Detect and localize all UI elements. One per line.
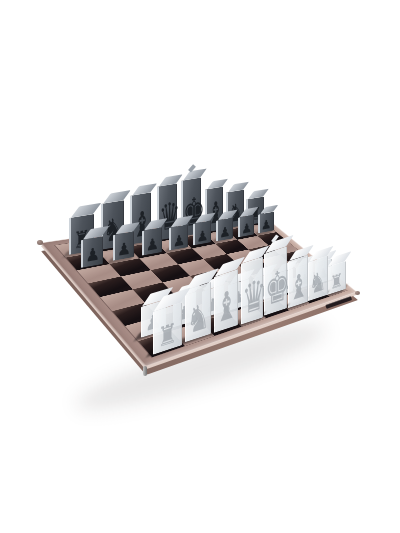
- pawn-silhouette-icon: ♟: [83, 245, 102, 266]
- piece-top-face: [159, 174, 183, 186]
- piece-white-bishop-f1: ♝: [288, 255, 308, 309]
- piece-white-knight-g1: ♞: [308, 256, 328, 302]
- piece-black-pawn-b7: ♟: [113, 231, 134, 261]
- rook-silhouette-icon: ♜: [328, 270, 345, 293]
- corner-pin-right: [355, 291, 360, 295]
- corner-pin-near: [143, 366, 147, 376]
- king-silhouette-icon: ♚: [265, 264, 286, 313]
- piece-white-knight-b1: ♞: [185, 282, 211, 343]
- knight-silhouette-icon: ♞: [309, 267, 327, 299]
- knight-silhouette-icon: ♞: [186, 297, 210, 340]
- pieces-layer: ♜♞♝♛♚♝♞♜♟♟♟♟♟♟♟♟♟♟♟♟♟♟♟♟♜♞♝♛♚♝♞♜: [0, 0, 400, 533]
- piece-white-king-e1: ♚: [264, 246, 287, 316]
- piece-top-face: [228, 182, 249, 193]
- brand-nameplate: [325, 296, 351, 309]
- piece-top-face: [71, 203, 101, 218]
- piece-black-pawn-e7: ♟: [193, 221, 211, 247]
- piece-top-face: [248, 189, 268, 199]
- pawn-silhouette-icon: ♟: [144, 236, 161, 255]
- bishop-silhouette-icon: ♝: [215, 285, 237, 331]
- pawn-silhouette-icon: ♟: [260, 219, 273, 233]
- pawn-silhouette-icon: ♟: [218, 225, 232, 241]
- pawn-silhouette-icon: ♟: [195, 228, 210, 245]
- bishop-silhouette-icon: ♝: [289, 268, 307, 306]
- pawn-silhouette-icon: ♟: [240, 222, 253, 237]
- piece-black-pawn-a7: ♟: [81, 236, 103, 268]
- queen-silhouette-icon: ♛: [242, 273, 262, 321]
- piece-white-rook-a1: ♜: [153, 302, 182, 354]
- pawn-silhouette-icon: ♟: [171, 232, 187, 250]
- acrylic-chess-set-photo: ♜♞♝♛♚♝♞♜♟♟♟♟♟♟♟♟♟♟♟♟♟♟♟♟♜♞♝♛♚♝♞♜: [0, 0, 400, 533]
- piece-white-queen-d1: ♛: [241, 256, 263, 324]
- piece-black-pawn-f7: ♟: [216, 218, 233, 242]
- pawn-silhouette-icon: ♟: [115, 240, 133, 260]
- piece-black-pawn-d7: ♟: [169, 224, 188, 251]
- piece-top-face: [103, 190, 131, 204]
- piece-top-face: [132, 183, 157, 195]
- piece-top-face: [207, 178, 228, 189]
- piece-white-bishop-c1: ♝: [214, 269, 238, 333]
- corner-pin-left: [37, 240, 43, 245]
- piece-black-pawn-g7: ♟: [238, 215, 254, 238]
- piece-black-pawn-c7: ♟: [142, 228, 162, 256]
- piece-black-pawn-h7: ♟: [258, 212, 274, 234]
- rook-silhouette-icon: ♜: [154, 316, 181, 351]
